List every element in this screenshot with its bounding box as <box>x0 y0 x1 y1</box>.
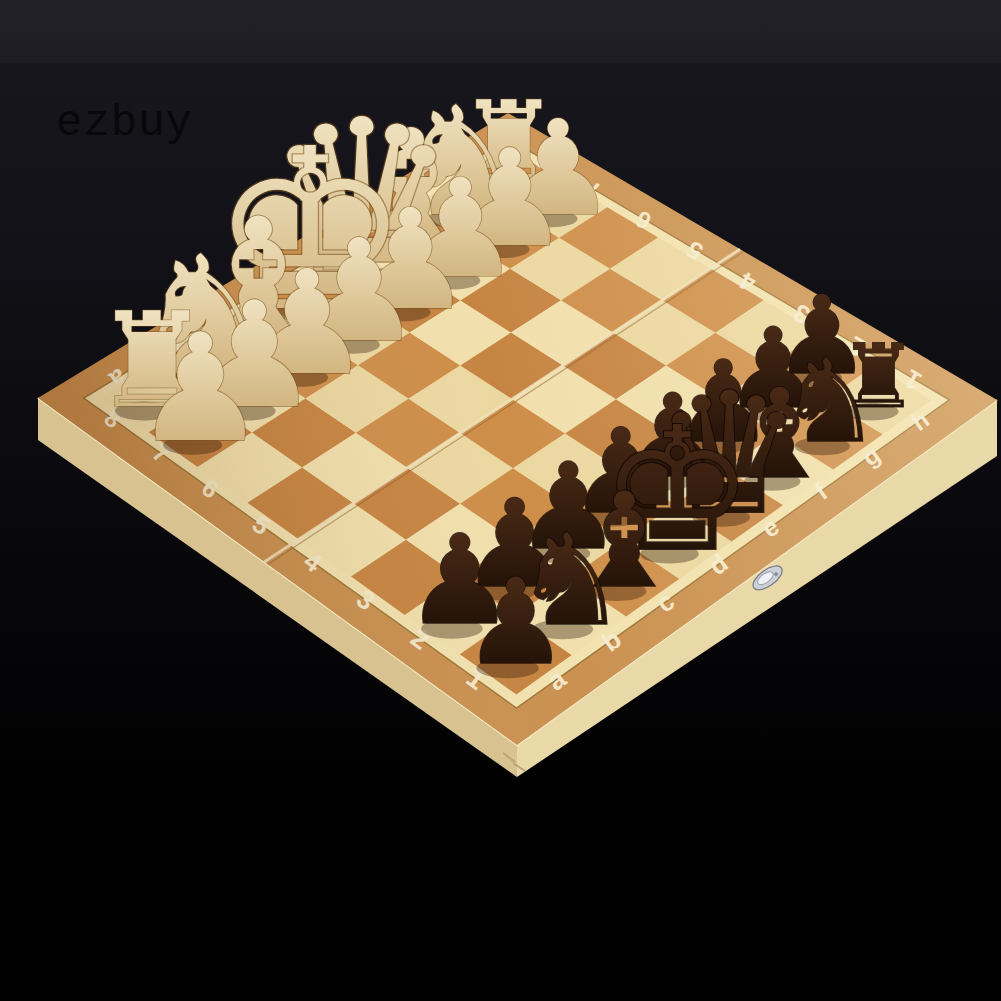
piece-white-pawn: ♟ <box>134 302 268 475</box>
product-photo-scene: ezbuy 1122334455667788aabbccddeeffgghh♜♞… <box>0 0 1001 1001</box>
piece-black-pawn: ♟ <box>463 553 569 691</box>
folding-wooden-chessboard: 1122334455667788aabbccddeeffgghh♜♞♟♝♟♛♟♚… <box>0 0 1001 1001</box>
